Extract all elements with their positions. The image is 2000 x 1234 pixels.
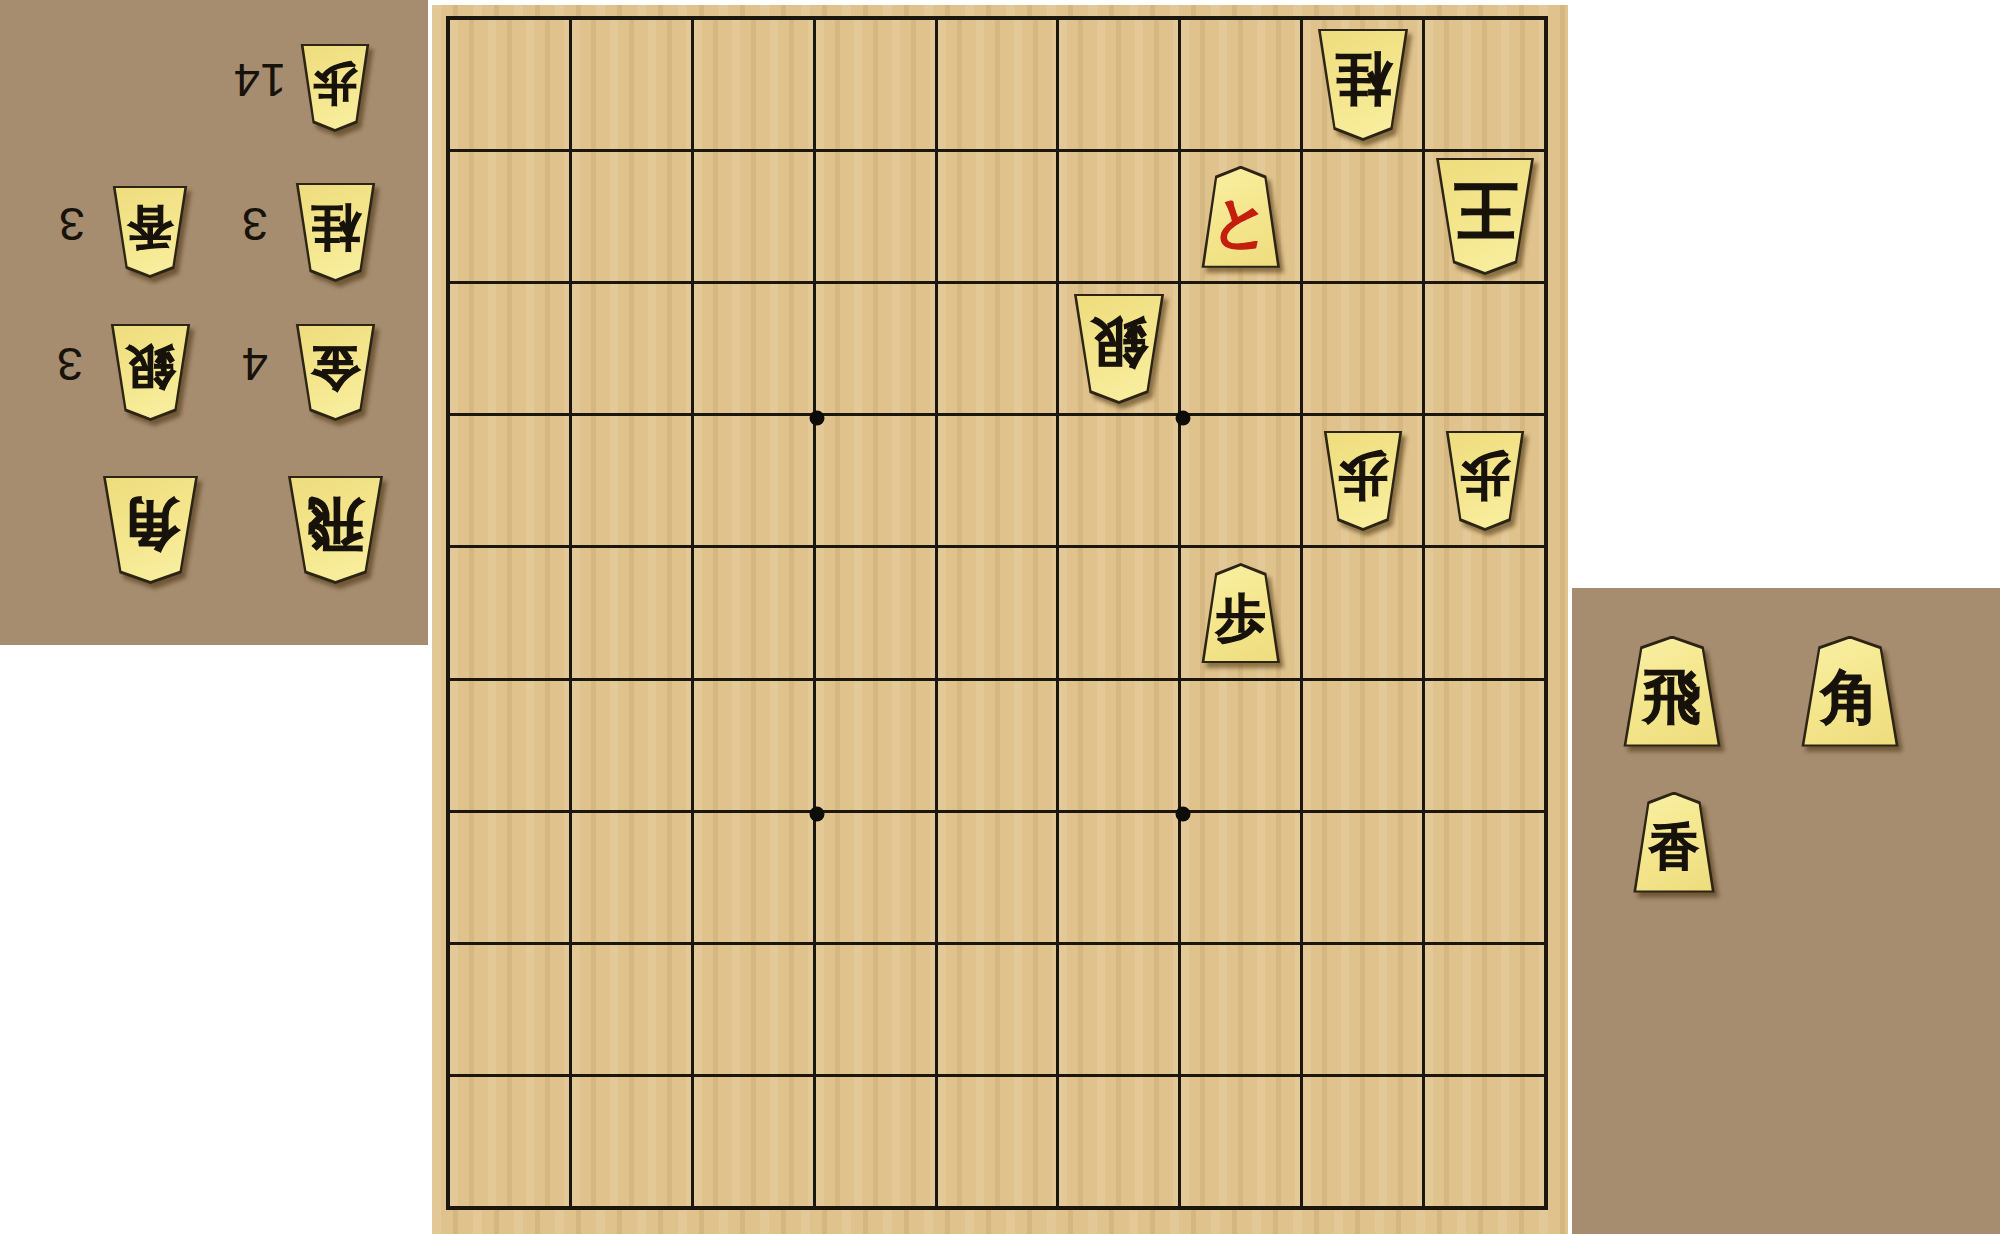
piece-glyph: 桂 xyxy=(311,203,360,261)
square-2d[interactable]: 歩 xyxy=(1303,416,1422,545)
square-4g[interactable] xyxy=(1059,813,1178,942)
square-6a[interactable] xyxy=(816,20,935,149)
square-5f[interactable] xyxy=(938,681,1057,810)
koma-body: 桂 xyxy=(295,183,376,282)
koma-body: 歩 xyxy=(300,44,370,132)
square-9d[interactable] xyxy=(450,416,569,545)
square-7c[interactable] xyxy=(694,284,813,413)
piece-glyph: 飛 xyxy=(1643,657,1701,726)
piece-gote-knight-in-hand[interactable]: 桂 xyxy=(295,183,376,282)
piece-gote-silver-4c[interactable]: 銀 xyxy=(1073,294,1165,404)
square-1d[interactable]: 歩 xyxy=(1425,416,1544,545)
koma-face: 香 xyxy=(115,188,185,275)
square-9f[interactable] xyxy=(450,681,569,810)
square-3c[interactable] xyxy=(1181,284,1300,413)
square-5a[interactable] xyxy=(938,20,1057,149)
piece-gote-pawn-1d[interactable]: 歩 xyxy=(1445,431,1525,531)
square-2a[interactable]: 桂 xyxy=(1303,20,1422,149)
square-2b[interactable] xyxy=(1303,152,1422,281)
piece-sente-lance-in-hand[interactable]: 香 xyxy=(1633,792,1716,893)
piece-glyph: 香 xyxy=(1649,813,1699,872)
square-5i[interactable] xyxy=(938,1077,1057,1206)
koma-body: 歩 xyxy=(1201,563,1281,663)
piece-glyph: 角 xyxy=(1821,657,1879,726)
koma-body: 銀 xyxy=(110,324,191,421)
piece-glyph: 飛 xyxy=(307,496,364,564)
square-7a[interactable] xyxy=(694,20,813,149)
square-9g[interactable] xyxy=(450,813,569,942)
hand-count-gote-silver: 3 xyxy=(28,341,112,388)
hand-count-gote-gold: 4 xyxy=(213,341,297,388)
square-8e[interactable] xyxy=(572,548,691,677)
square-9e[interactable] xyxy=(450,548,569,677)
koma-face: 角 xyxy=(1804,639,1897,745)
square-7f[interactable] xyxy=(694,681,813,810)
piece-gote-pawn-2d[interactable]: 歩 xyxy=(1323,431,1403,531)
piece-sente-tokin-3b[interactable]: と xyxy=(1201,166,1281,268)
piece-gote-gold-in-hand[interactable]: 金 xyxy=(295,324,376,421)
board-grid: 桂と王銀歩歩歩 xyxy=(446,16,1548,1210)
piece-glyph: 銀 xyxy=(1091,315,1147,381)
sente-hand-panel: 飛角香 xyxy=(1572,588,2000,1234)
koma-body: 銀 xyxy=(1073,294,1165,404)
koma-body: 飛 xyxy=(287,476,384,584)
koma-body: 香 xyxy=(1633,792,1716,893)
koma-face: 角 xyxy=(105,478,196,581)
square-9b[interactable] xyxy=(450,152,569,281)
piece-gote-pawn-in-hand[interactable]: 歩 xyxy=(300,44,370,132)
square-4f[interactable] xyxy=(1059,681,1178,810)
square-6c[interactable] xyxy=(816,284,935,413)
piece-sente-pawn-3e[interactable]: 歩 xyxy=(1201,563,1281,663)
square-3e[interactable]: 歩 xyxy=(1181,548,1300,677)
square-8d[interactable] xyxy=(572,416,691,545)
square-1i[interactable] xyxy=(1425,1077,1544,1206)
koma-face: 金 xyxy=(298,326,373,418)
square-9a[interactable] xyxy=(450,20,569,149)
star-point xyxy=(1175,410,1190,425)
square-3a[interactable] xyxy=(1181,20,1300,149)
square-1e[interactable] xyxy=(1425,548,1544,677)
square-7d[interactable] xyxy=(694,416,813,545)
square-4i[interactable] xyxy=(1059,1077,1178,1206)
gote-hand-panel: 歩14桂3香3金4銀3飛角 xyxy=(0,0,428,645)
square-5e[interactable] xyxy=(938,548,1057,677)
koma-face: 桂 xyxy=(298,185,373,279)
piece-gote-bishop-in-hand[interactable]: 角 xyxy=(102,476,199,584)
square-6h[interactable] xyxy=(816,945,935,1074)
square-1c[interactable] xyxy=(1425,284,1544,413)
square-1h[interactable] xyxy=(1425,945,1544,1074)
hand-count-gote-lance: 3 xyxy=(30,201,114,248)
koma-body: 角 xyxy=(102,476,199,584)
square-8b[interactable] xyxy=(572,152,691,281)
koma-body: 香 xyxy=(112,186,188,278)
piece-glyph: と xyxy=(1212,185,1269,250)
piece-glyph: 金 xyxy=(311,343,360,401)
square-5h[interactable] xyxy=(938,945,1057,1074)
square-8g[interactable] xyxy=(572,813,691,942)
square-6f[interactable] xyxy=(816,681,935,810)
piece-glyph: 銀 xyxy=(126,343,175,401)
koma-face: 歩 xyxy=(303,46,367,129)
koma-face: 桂 xyxy=(1320,31,1406,138)
koma-face: 歩 xyxy=(1448,433,1522,528)
koma-body: 桂 xyxy=(1317,29,1409,141)
shogi-board: 桂と王銀歩歩歩 xyxy=(432,5,1568,1234)
square-4e[interactable] xyxy=(1059,548,1178,677)
square-3h[interactable] xyxy=(1181,945,1300,1074)
square-2e[interactable] xyxy=(1303,548,1422,677)
piece-glyph: 歩 xyxy=(1216,584,1266,643)
koma-face: 歩 xyxy=(1326,433,1400,528)
square-9h[interactable] xyxy=(450,945,569,1074)
piece-glyph: 歩 xyxy=(1460,451,1510,510)
square-9i[interactable] xyxy=(450,1077,569,1206)
square-5g[interactable] xyxy=(938,813,1057,942)
square-9c[interactable] xyxy=(450,284,569,413)
square-8c[interactable] xyxy=(572,284,691,413)
koma-face: と xyxy=(1204,169,1278,266)
square-5d[interactable] xyxy=(938,416,1057,545)
square-2i[interactable] xyxy=(1303,1077,1422,1206)
koma-body: 角 xyxy=(1801,636,1900,747)
square-6e[interactable] xyxy=(816,548,935,677)
koma-face: 銀 xyxy=(113,326,188,418)
square-2h[interactable] xyxy=(1303,945,1422,1074)
square-1g[interactable] xyxy=(1425,813,1544,942)
square-4d[interactable] xyxy=(1059,416,1178,545)
square-4b[interactable] xyxy=(1059,152,1178,281)
koma-body: と xyxy=(1201,166,1281,268)
square-3b[interactable]: と xyxy=(1181,152,1300,281)
square-1f[interactable] xyxy=(1425,681,1544,810)
piece-glyph: 歩 xyxy=(313,62,357,114)
square-3d[interactable] xyxy=(1181,416,1300,545)
star-point xyxy=(810,410,825,425)
koma-face: 王 xyxy=(1438,160,1532,272)
square-4a[interactable] xyxy=(1059,20,1178,149)
hand-count-gote-knight: 3 xyxy=(213,201,297,248)
square-1a[interactable] xyxy=(1425,20,1544,149)
piece-glyph: 歩 xyxy=(1338,451,1388,510)
square-7g[interactable] xyxy=(694,813,813,942)
square-7i[interactable] xyxy=(694,1077,813,1206)
square-5b[interactable] xyxy=(938,152,1057,281)
piece-gote-knight-2a[interactable]: 桂 xyxy=(1317,29,1409,141)
square-2c[interactable] xyxy=(1303,284,1422,413)
square-8i[interactable] xyxy=(572,1077,691,1206)
page: { "game": "shogi", "diagram_type": "tsum… xyxy=(0,0,2000,1234)
koma-body: 金 xyxy=(295,324,376,421)
piece-sente-rook-in-hand[interactable]: 飛 xyxy=(1623,636,1722,747)
square-5c[interactable] xyxy=(938,284,1057,413)
square-3f[interactable] xyxy=(1181,681,1300,810)
koma-face: 飛 xyxy=(1626,639,1719,745)
square-2g[interactable] xyxy=(1303,813,1422,942)
square-7b[interactable] xyxy=(694,152,813,281)
piece-gote-lance-in-hand[interactable]: 香 xyxy=(112,186,188,278)
koma-body: 歩 xyxy=(1445,431,1525,531)
koma-face: 飛 xyxy=(290,478,381,581)
square-2f[interactable] xyxy=(1303,681,1422,810)
square-8a[interactable] xyxy=(572,20,691,149)
star-point xyxy=(810,807,825,822)
square-6g[interactable] xyxy=(816,813,935,942)
square-6b[interactable] xyxy=(816,152,935,281)
piece-glyph: 角 xyxy=(122,496,179,564)
piece-gote-rook-in-hand[interactable]: 飛 xyxy=(287,476,384,584)
koma-face: 香 xyxy=(1636,795,1713,891)
koma-face: 歩 xyxy=(1204,566,1278,661)
piece-sente-bishop-in-hand[interactable]: 角 xyxy=(1801,636,1900,747)
piece-gote-silver-in-hand[interactable]: 銀 xyxy=(110,324,191,421)
square-4h[interactable] xyxy=(1059,945,1178,1074)
square-7e[interactable] xyxy=(694,548,813,677)
square-6d[interactable] xyxy=(816,416,935,545)
square-8h[interactable] xyxy=(572,945,691,1074)
koma-face: 銀 xyxy=(1076,296,1162,401)
star-point xyxy=(1175,807,1190,822)
piece-gote-king-1b[interactable]: 王 xyxy=(1435,158,1535,275)
koma-body: 歩 xyxy=(1323,431,1403,531)
hand-count-gote-pawn: 14 xyxy=(218,57,302,104)
square-4c[interactable]: 銀 xyxy=(1059,284,1178,413)
piece-glyph: 香 xyxy=(127,204,173,258)
square-3i[interactable] xyxy=(1181,1077,1300,1206)
square-8f[interactable] xyxy=(572,681,691,810)
square-7h[interactable] xyxy=(694,945,813,1074)
piece-glyph: 王 xyxy=(1453,179,1517,254)
square-3g[interactable] xyxy=(1181,813,1300,942)
square-6i[interactable] xyxy=(816,1077,935,1206)
koma-body: 飛 xyxy=(1623,636,1722,747)
square-1b[interactable]: 王 xyxy=(1425,152,1544,281)
piece-glyph: 桂 xyxy=(1335,51,1391,117)
koma-body: 王 xyxy=(1435,158,1535,275)
